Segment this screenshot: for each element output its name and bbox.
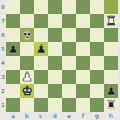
square-b6[interactable]: ♚ [20, 28, 34, 42]
black-rook[interactable]: ♜ [104, 98, 118, 112]
square-b3[interactable]: ♟ [20, 70, 34, 84]
square-h4[interactable] [104, 56, 118, 70]
square-f1[interactable] [76, 98, 90, 112]
square-g5[interactable] [90, 42, 104, 56]
square-a3[interactable] [6, 70, 20, 84]
square-d7[interactable] [48, 14, 62, 28]
square-e8[interactable] [62, 0, 76, 14]
square-e2[interactable] [62, 84, 76, 98]
square-d3[interactable] [48, 70, 62, 84]
square-d2[interactable] [48, 84, 62, 98]
square-f4[interactable] [76, 56, 90, 70]
square-c1[interactable] [34, 98, 48, 112]
rank-label-5: 5 [0, 42, 6, 56]
square-a5[interactable]: ♟ [6, 42, 20, 56]
chess-diagram: ♜♚♟♟♟♚♟♜ 87654321 abcdefgh [0, 0, 120, 120]
white-pawn[interactable]: ♟ [20, 70, 34, 84]
rank-label-1: 1 [0, 98, 6, 112]
square-d8[interactable] [48, 0, 62, 14]
square-b8[interactable] [20, 0, 34, 14]
square-h2[interactable]: ♟ [104, 84, 118, 98]
square-e4[interactable] [62, 56, 76, 70]
square-h5[interactable] [104, 42, 118, 56]
square-e3[interactable] [62, 70, 76, 84]
rank-label-4: 4 [0, 56, 6, 70]
square-c4[interactable] [34, 56, 48, 70]
square-b2[interactable]: ♚ [20, 84, 34, 98]
square-a1[interactable] [6, 98, 20, 112]
square-g1[interactable] [90, 98, 104, 112]
square-b4[interactable] [20, 56, 34, 70]
square-d4[interactable] [48, 56, 62, 70]
square-c3[interactable] [34, 70, 48, 84]
rank-label-2: 2 [0, 84, 6, 98]
square-e6[interactable] [62, 28, 76, 42]
file-label-b: b [20, 112, 34, 120]
file-label-h: h [104, 112, 118, 120]
square-e1[interactable] [62, 98, 76, 112]
square-g2[interactable] [90, 84, 104, 98]
square-c2[interactable] [34, 84, 48, 98]
square-e5[interactable] [62, 42, 76, 56]
rank-coordinates: 87654321 [0, 0, 6, 112]
file-label-c: c [34, 112, 48, 120]
square-f2[interactable] [76, 84, 90, 98]
black-pawn[interactable]: ♟ [104, 84, 118, 98]
square-f7[interactable] [76, 14, 90, 28]
square-h3[interactable] [104, 70, 118, 84]
square-d6[interactable] [48, 28, 62, 42]
square-a4[interactable] [6, 56, 20, 70]
rank-label-6: 6 [0, 28, 6, 42]
square-a2[interactable] [6, 84, 20, 98]
square-g7[interactable] [90, 14, 104, 28]
black-king[interactable]: ♚ [20, 28, 34, 42]
file-coordinates: abcdefgh [6, 112, 118, 120]
square-c5[interactable]: ♟ [34, 42, 48, 56]
rank-label-7: 7 [0, 14, 6, 28]
square-c7[interactable] [34, 14, 48, 28]
square-a6[interactable] [6, 28, 20, 42]
square-b1[interactable] [20, 98, 34, 112]
white-rook[interactable]: ♜ [104, 14, 118, 28]
square-h8[interactable] [104, 0, 118, 14]
square-h1[interactable]: ♜ [104, 98, 118, 112]
square-f6[interactable] [76, 28, 90, 42]
file-label-f: f [76, 112, 90, 120]
white-king[interactable]: ♚ [20, 84, 34, 98]
file-label-g: g [90, 112, 104, 120]
square-d5[interactable] [48, 42, 62, 56]
square-b7[interactable] [20, 14, 34, 28]
square-f8[interactable] [76, 0, 90, 14]
square-f5[interactable] [76, 42, 90, 56]
square-c6[interactable] [34, 28, 48, 42]
file-label-e: e [62, 112, 76, 120]
square-g6[interactable] [90, 28, 104, 42]
file-label-d: d [48, 112, 62, 120]
file-label-a: a [6, 112, 20, 120]
square-h6[interactable] [104, 28, 118, 42]
square-c8[interactable] [34, 0, 48, 14]
black-pawn[interactable]: ♟ [34, 42, 48, 56]
square-g3[interactable] [90, 70, 104, 84]
square-g8[interactable] [90, 0, 104, 14]
rank-label-8: 8 [0, 0, 6, 14]
square-d1[interactable] [48, 98, 62, 112]
square-b5[interactable] [20, 42, 34, 56]
square-a7[interactable] [6, 14, 20, 28]
rank-label-3: 3 [0, 70, 6, 84]
chess-board[interactable]: ♜♚♟♟♟♚♟♜ [6, 0, 118, 112]
black-pawn[interactable]: ♟ [6, 42, 20, 56]
square-a8[interactable] [6, 0, 20, 14]
square-h7[interactable]: ♜ [104, 14, 118, 28]
square-f3[interactable] [76, 70, 90, 84]
square-g4[interactable] [90, 56, 104, 70]
square-e7[interactable] [62, 14, 76, 28]
